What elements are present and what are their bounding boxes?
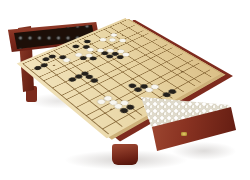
- hoshi-point: [116, 68, 118, 69]
- board-foot: [112, 144, 138, 165]
- hoshi-point: [181, 71, 183, 72]
- brass-handle: [181, 132, 187, 136]
- goban-photo-scene: ●●●●●●●●●●●●●●●●●●●●●●●●●●●●●●●●●●●●●●●●…: [0, 0, 250, 180]
- hoshi-point: [122, 35, 124, 36]
- hoshi-point: [110, 109, 112, 111]
- hoshi-point: [53, 65, 55, 66]
- hoshi-point: [150, 52, 152, 53]
- hoshi-point: [80, 85, 82, 86]
